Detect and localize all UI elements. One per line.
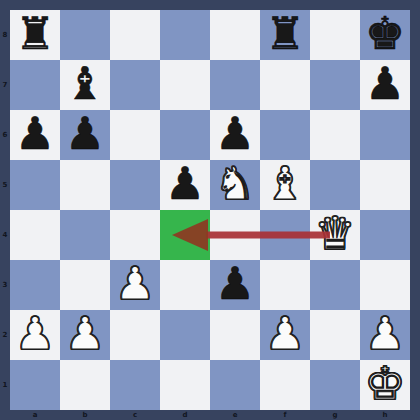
file-label-b: b (60, 410, 110, 420)
square-a8[interactable]: ♜ (10, 10, 60, 60)
black-pawn-e6[interactable]: ♟ (215, 109, 255, 159)
square-c5[interactable] (110, 160, 160, 210)
square-f8[interactable]: ♜ (260, 10, 310, 60)
square-g4[interactable]: ♛ (310, 210, 360, 260)
square-d6[interactable] (160, 110, 210, 160)
square-f4[interactable] (260, 210, 310, 260)
file-label-d: d (160, 410, 210, 420)
square-c4[interactable] (110, 210, 160, 260)
square-b6[interactable]: ♟ (60, 110, 110, 160)
white-queen-g4[interactable]: ♛ (315, 209, 355, 259)
square-h2[interactable]: ♟ (360, 310, 410, 360)
square-c8[interactable] (110, 10, 160, 60)
square-b3[interactable] (60, 260, 110, 310)
square-d7[interactable] (160, 60, 210, 110)
rank-label-5: 5 (0, 160, 10, 210)
white-pawn-b2[interactable]: ♟ (65, 309, 105, 359)
square-e2[interactable] (210, 310, 260, 360)
black-pawn-d5[interactable]: ♟ (165, 159, 205, 209)
rank-label-3: 3 (0, 260, 10, 310)
square-d4-highlighted[interactable] (160, 210, 210, 260)
rank-label-2: 2 (0, 310, 10, 360)
square-g5[interactable] (310, 160, 360, 210)
square-a1[interactable] (10, 360, 60, 410)
square-b4[interactable] (60, 210, 110, 260)
square-b2[interactable]: ♟ (60, 310, 110, 360)
square-g7[interactable] (310, 60, 360, 110)
board: ♜♜♚♝♟♟♟♟♟♞♝♛♟♟♟♟♟♟♚ (10, 10, 410, 410)
board-frame: ♜♜♚♝♟♟♟♟♟♞♝♛♟♟♟♟♟♟♚ 87654321 abcdefgh (0, 0, 420, 420)
square-h5[interactable] (360, 160, 410, 210)
file-label-h: h (360, 410, 410, 420)
square-c2[interactable] (110, 310, 160, 360)
square-b8[interactable] (60, 10, 110, 60)
file-label-f: f (260, 410, 310, 420)
square-b1[interactable] (60, 360, 110, 410)
square-d8[interactable] (160, 10, 210, 60)
white-pawn-h2[interactable]: ♟ (365, 309, 405, 359)
file-label-c: c (110, 410, 160, 420)
square-d5[interactable]: ♟ (160, 160, 210, 210)
square-d3[interactable] (160, 260, 210, 310)
square-b7[interactable]: ♝ (60, 60, 110, 110)
square-a5[interactable] (10, 160, 60, 210)
square-d1[interactable] (160, 360, 210, 410)
black-bishop-b7[interactable]: ♝ (65, 59, 105, 109)
square-f6[interactable] (260, 110, 310, 160)
square-g2[interactable] (310, 310, 360, 360)
black-pawn-b6[interactable]: ♟ (65, 109, 105, 159)
square-c1[interactable] (110, 360, 160, 410)
file-label-a: a (10, 410, 60, 420)
square-h3[interactable] (360, 260, 410, 310)
square-e7[interactable] (210, 60, 260, 110)
square-e8[interactable] (210, 10, 260, 60)
square-f3[interactable] (260, 260, 310, 310)
square-e5[interactable]: ♞ (210, 160, 260, 210)
square-a7[interactable] (10, 60, 60, 110)
square-a2[interactable]: ♟ (10, 310, 60, 360)
square-b5[interactable] (60, 160, 110, 210)
black-rook-a8[interactable]: ♜ (15, 9, 55, 59)
square-h6[interactable] (360, 110, 410, 160)
rank-label-4: 4 (0, 210, 10, 260)
square-h4[interactable] (360, 210, 410, 260)
square-g1[interactable] (310, 360, 360, 410)
rank-label-6: 6 (0, 110, 10, 160)
square-a4[interactable] (10, 210, 60, 260)
black-pawn-a6[interactable]: ♟ (15, 109, 55, 159)
square-f7[interactable] (260, 60, 310, 110)
file-label-e: e (210, 410, 260, 420)
black-king-h8[interactable]: ♚ (365, 9, 405, 59)
square-h7[interactable]: ♟ (360, 60, 410, 110)
rank-label-7: 7 (0, 60, 10, 110)
square-a3[interactable] (10, 260, 60, 310)
black-pawn-h7[interactable]: ♟ (365, 59, 405, 109)
square-c3[interactable]: ♟ (110, 260, 160, 310)
white-pawn-f2[interactable]: ♟ (265, 309, 305, 359)
square-h1[interactable]: ♚ (360, 360, 410, 410)
square-f2[interactable]: ♟ (260, 310, 310, 360)
square-c6[interactable] (110, 110, 160, 160)
white-king-h1[interactable]: ♚ (365, 359, 405, 409)
square-e1[interactable] (210, 360, 260, 410)
square-g8[interactable] (310, 10, 360, 60)
square-h8[interactable]: ♚ (360, 10, 410, 60)
square-g3[interactable] (310, 260, 360, 310)
square-e3[interactable]: ♟ (210, 260, 260, 310)
square-g6[interactable] (310, 110, 360, 160)
black-pawn-e3[interactable]: ♟ (215, 259, 255, 309)
square-f5[interactable]: ♝ (260, 160, 310, 210)
square-d2[interactable] (160, 310, 210, 360)
black-rook-f8[interactable]: ♜ (265, 9, 305, 59)
square-f1[interactable] (260, 360, 310, 410)
white-bishop-f5[interactable]: ♝ (265, 159, 305, 209)
square-e6[interactable]: ♟ (210, 110, 260, 160)
white-knight-e5[interactable]: ♞ (215, 159, 255, 209)
white-pawn-a2[interactable]: ♟ (15, 309, 55, 359)
white-pawn-c3[interactable]: ♟ (115, 259, 155, 309)
square-e4[interactable] (210, 210, 260, 260)
rank-label-8: 8 (0, 10, 10, 60)
file-label-g: g (310, 410, 360, 420)
rank-label-1: 1 (0, 360, 10, 410)
square-c7[interactable] (110, 60, 160, 110)
square-a6[interactable]: ♟ (10, 110, 60, 160)
